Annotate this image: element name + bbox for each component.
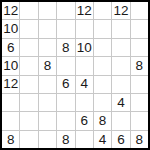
cell-r2c5[interactable] [76, 20, 93, 37]
cell-r8c8-clue: 8 [131, 131, 148, 148]
cell-r4c5[interactable] [76, 57, 93, 74]
cell-r3c2[interactable] [20, 39, 37, 56]
cell-r4c1-clue: 10 [2, 57, 19, 74]
cell-r3c4-clue: 8 [57, 39, 74, 56]
cell-r6c3[interactable] [39, 94, 56, 111]
cell-r5c3[interactable] [39, 76, 56, 93]
cell-r5c6[interactable] [94, 76, 111, 93]
cell-r1c2[interactable] [20, 2, 37, 19]
cell-r4c3-clue: 8 [39, 57, 56, 74]
cell-r8c5[interactable] [76, 131, 93, 148]
cell-r5c5-clue: 4 [76, 76, 93, 93]
cell-r2c2[interactable] [20, 20, 37, 37]
cell-r7c6-clue: 8 [94, 112, 111, 129]
cell-r1c1-clue: 12 [2, 2, 19, 19]
cell-r6c4[interactable] [57, 94, 74, 111]
cell-r5c1-clue: 12 [2, 76, 19, 93]
cell-r3c8[interactable] [131, 39, 148, 56]
cell-r4c4[interactable] [57, 57, 74, 74]
cell-r1c6[interactable] [94, 2, 111, 19]
cell-r1c7-clue: 12 [112, 2, 129, 19]
cell-r7c3[interactable] [39, 112, 56, 129]
cell-r1c4[interactable] [57, 2, 74, 19]
cell-r5c8[interactable] [131, 76, 148, 93]
cell-r2c6[interactable] [94, 20, 111, 37]
cell-r3c1-clue: 6 [2, 39, 19, 56]
cell-r2c3[interactable] [39, 20, 56, 37]
cell-r2c8[interactable] [131, 20, 148, 37]
cell-r7c7[interactable] [112, 112, 129, 129]
cell-r7c8[interactable] [131, 112, 148, 129]
cell-r2c1-clue: 10 [2, 20, 19, 37]
cell-r4c8-clue: 8 [131, 57, 148, 74]
cell-r3c7[interactable] [112, 39, 129, 56]
cell-r8c3[interactable] [39, 131, 56, 148]
cell-r3c5-clue: 10 [76, 39, 93, 56]
cell-r6c1[interactable] [2, 94, 19, 111]
cell-r8c1-clue: 8 [2, 131, 19, 148]
cell-r4c6[interactable] [94, 57, 111, 74]
cell-r5c2[interactable] [20, 76, 37, 93]
cell-r6c6[interactable] [94, 94, 111, 111]
cell-r7c1[interactable] [2, 112, 19, 129]
cell-r5c4-clue: 6 [57, 76, 74, 93]
cell-r4c7[interactable] [112, 57, 129, 74]
cell-r3c3[interactable] [39, 39, 56, 56]
cell-r8c7-clue: 6 [112, 131, 129, 148]
cell-r7c4[interactable] [57, 112, 74, 129]
cell-r8c4-clue: 8 [57, 131, 74, 148]
cell-r2c4[interactable] [57, 20, 74, 37]
cell-r1c3[interactable] [39, 2, 56, 19]
cell-r6c5[interactable] [76, 94, 93, 111]
cell-r8c2[interactable] [20, 131, 37, 148]
cell-r4c2[interactable] [20, 57, 37, 74]
cell-r2c7[interactable] [112, 20, 129, 37]
puzzle-board: 1212121068101088126446888468 [0, 0, 150, 150]
cell-r7c2[interactable] [20, 112, 37, 129]
cell-r6c2[interactable] [20, 94, 37, 111]
cell-r3c6[interactable] [94, 39, 111, 56]
cell-r5c7[interactable] [112, 76, 129, 93]
cell-r7c5-clue: 6 [76, 112, 93, 129]
cell-r8c6-clue: 4 [94, 131, 111, 148]
cell-r6c7-clue: 4 [112, 94, 129, 111]
cell-r1c8[interactable] [131, 2, 148, 19]
cell-r1c5-clue: 12 [76, 2, 93, 19]
cell-r6c8[interactable] [131, 94, 148, 111]
